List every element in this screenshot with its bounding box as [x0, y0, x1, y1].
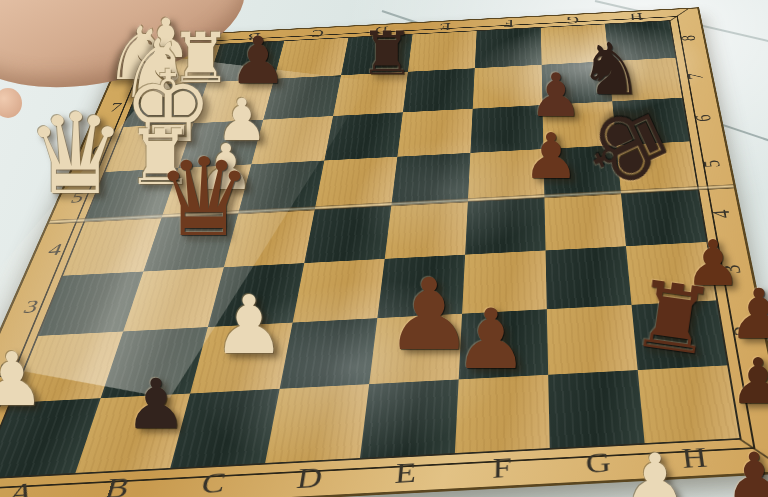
square-d4[interactable]: [304, 205, 391, 263]
pawn-glyph: ♟: [125, 372, 187, 438]
king-glyph: ♚: [569, 89, 687, 204]
offboard-dark-pawn[interactable]: ♟: [730, 356, 768, 412]
square-d1[interactable]: [265, 384, 369, 463]
file-label-b-bottom: B: [64, 470, 170, 497]
piece-dark-pawn-f2[interactable]: ♟: [454, 306, 528, 380]
square-d2[interactable]: [280, 318, 378, 389]
rook-glyph: ♜: [360, 25, 414, 82]
square-e1[interactable]: [360, 379, 459, 458]
file-label-c-bottom: C: [161, 465, 265, 497]
photo-scene: AABBCCDDEEFFGGHH8877665544332211 ♟♜♞♜♟♞♞…: [0, 0, 768, 497]
square-d6[interactable]: [324, 112, 403, 160]
pawn-glyph: ♟: [229, 30, 287, 92]
square-e5[interactable]: [391, 153, 470, 205]
square-h1[interactable]: [638, 365, 740, 443]
square-g3[interactable]: [546, 246, 632, 309]
rook-glyph: ♜: [626, 269, 720, 367]
piece-dark-rook-h2[interactable]: ♜: [632, 280, 714, 362]
file-label-a-bottom: A: [0, 475, 75, 497]
square-d3[interactable]: [293, 259, 385, 323]
pawn-glyph: ♟: [0, 344, 45, 414]
offboard-dark-pawn[interactable]: ♟: [725, 450, 768, 497]
piece-dark-queen-b4[interactable]: ♛: [156, 154, 252, 250]
pawn-glyph: ♟: [725, 446, 768, 497]
offboard-dark-rook[interactable]: ♜: [360, 28, 414, 82]
file-label-d-bottom: D: [258, 460, 359, 497]
margin-miter: [669, 9, 689, 22]
piece-dark-king-h6[interactable]: ♚: [586, 107, 671, 192]
piece-dark-pawn-g7[interactable]: ♟: [529, 70, 583, 124]
piece-white-pawn-c2[interactable]: ♟: [213, 292, 285, 364]
file-label-f-bottom: F: [453, 450, 550, 487]
square-e6[interactable]: [397, 109, 472, 157]
square-g1[interactable]: [548, 370, 644, 448]
square-g4[interactable]: [544, 193, 626, 250]
piece-dark-pawn-b8[interactable]: ♟: [229, 34, 287, 92]
player-fingertip: [0, 88, 22, 118]
queen-glyph: ♛: [156, 147, 253, 250]
pawn-glyph: ♟: [728, 282, 768, 348]
pawn-glyph: ♟: [454, 301, 528, 380]
pawn-glyph: ♟: [529, 67, 583, 124]
pawn-glyph: ♟: [623, 446, 688, 497]
square-e4[interactable]: [385, 201, 468, 259]
knight-glyph: ♞: [579, 35, 644, 103]
pawn-glyph: ♟: [213, 287, 286, 364]
file-label-e-bottom: E: [356, 455, 455, 492]
piece-dark-pawn-b1[interactable]: ♟: [125, 376, 187, 438]
square-g2[interactable]: [547, 305, 638, 375]
square-e8[interactable]: [408, 31, 477, 72]
offboard-white-pawn[interactable]: ♟: [0, 348, 45, 414]
square-f4[interactable]: [465, 197, 545, 254]
queen-glyph: ♛: [26, 101, 126, 207]
offboard-dark-pawn[interactable]: ♟: [728, 286, 768, 348]
offboard-white-pawn[interactable]: ♟: [623, 450, 687, 497]
piece-dark-knight-h7[interactable]: ♞: [579, 39, 643, 103]
pawn-glyph: ♟: [730, 352, 768, 412]
offboard-white-queen[interactable]: ♛: [26, 107, 126, 207]
